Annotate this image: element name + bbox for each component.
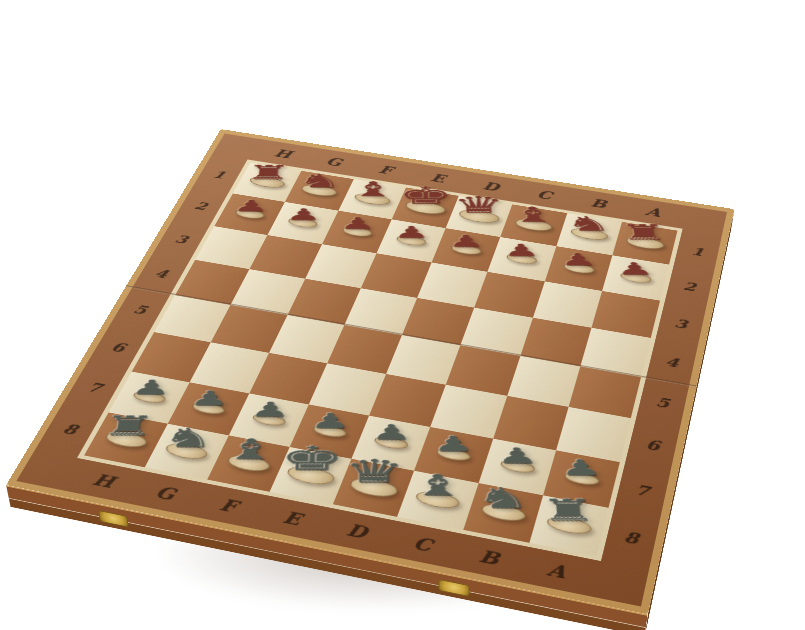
- pawn-glyph: ♟: [232, 198, 269, 214]
- pawn-glyph: ♟: [558, 251, 597, 268]
- rank-label-right-2: 2: [682, 279, 697, 293]
- rank-label-right-1: 1: [690, 245, 705, 259]
- knight-glyph: ♞: [564, 214, 612, 234]
- square-c6[interactable]: [431, 385, 507, 438]
- square-e6[interactable]: [309, 363, 386, 415]
- square-c7[interactable]: [414, 427, 492, 483]
- pawn-glyph: ♟: [393, 224, 429, 240]
- bishop-glyph: ♝: [349, 179, 395, 199]
- pawn-glyph: ♟: [503, 242, 541, 259]
- square-a7[interactable]: [543, 450, 620, 508]
- square-c5[interactable]: [446, 345, 520, 396]
- square-a8[interactable]: [529, 495, 608, 556]
- square-d7[interactable]: [352, 415, 431, 470]
- bishop-glyph: ♝: [509, 204, 557, 225]
- brass-clasp-icon: [98, 510, 129, 527]
- square-h7[interactable]: [109, 371, 190, 423]
- queen-glyph: ♛: [452, 193, 505, 216]
- square-f7[interactable]: [228, 393, 308, 447]
- pawn-glyph: ♟: [448, 233, 485, 249]
- square-b7[interactable]: [478, 438, 556, 495]
- pawn-glyph: ♟: [339, 216, 375, 232]
- pawn-glyph: ♟: [615, 261, 655, 278]
- square-a4[interactable]: [580, 328, 651, 377]
- white-backdrop: HHGGFFEEDDCCBBAA1122334455667788 ♜♞♝♚♛♝♞…: [0, 0, 805, 630]
- square-g7[interactable]: [168, 382, 249, 435]
- rook-glyph: ♜: [245, 163, 292, 182]
- square-d8[interactable]: [333, 459, 415, 517]
- knight-glyph: ♞: [298, 172, 343, 191]
- square-b6[interactable]: [493, 396, 568, 450]
- square-b5[interactable]: [507, 356, 580, 407]
- pawn-glyph: ♟: [285, 207, 322, 223]
- square-d6[interactable]: [369, 374, 446, 427]
- rook-glyph: ♜: [618, 222, 668, 243]
- rank-label-right-3: 3: [673, 316, 688, 331]
- square-c8[interactable]: [397, 471, 478, 530]
- brass-clasp-icon: [438, 579, 469, 597]
- king-glyph: ♚: [398, 184, 452, 208]
- file-label-top-a: A: [644, 205, 662, 220]
- square-f6[interactable]: [249, 353, 327, 404]
